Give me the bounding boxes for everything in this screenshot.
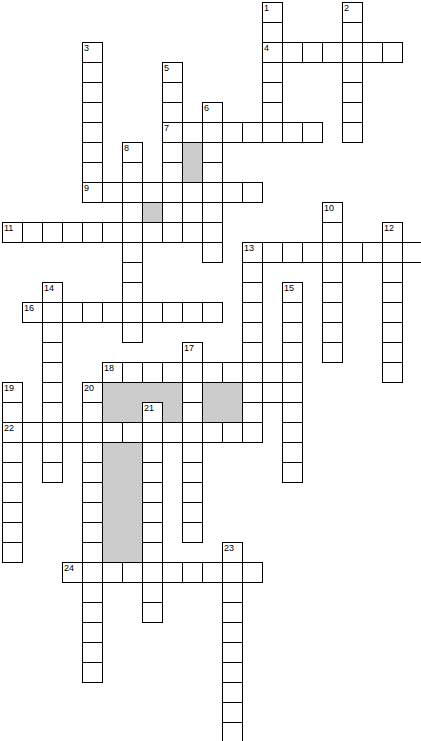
letter-cell[interactable]	[42, 302, 63, 323]
letter-cell[interactable]	[202, 562, 223, 583]
letter-cell[interactable]	[82, 62, 103, 83]
letter-cell[interactable]	[202, 302, 223, 323]
shaded-cell	[102, 502, 123, 523]
letter-cell[interactable]	[302, 42, 323, 63]
letter-cell[interactable]	[322, 222, 343, 243]
letter-cell[interactable]	[162, 362, 183, 383]
letter-cell[interactable]	[342, 62, 363, 83]
letter-cell[interactable]	[82, 662, 103, 683]
letter-cell[interactable]	[282, 302, 303, 323]
shaded-cell	[102, 522, 123, 543]
letter-cell[interactable]	[282, 442, 303, 463]
letter-cell[interactable]	[222, 422, 243, 443]
letter-cell[interactable]	[382, 302, 403, 323]
shaded-cell	[122, 482, 143, 503]
letter-cell[interactable]	[142, 582, 163, 603]
letter-cell[interactable]	[242, 122, 263, 143]
letter-cell[interactable]	[322, 262, 343, 283]
shaded-cell	[122, 542, 143, 563]
letter-cell[interactable]	[162, 182, 183, 203]
letter-cell[interactable]	[82, 502, 103, 523]
letter-cell[interactable]	[162, 202, 183, 223]
letter-cell[interactable]	[62, 222, 83, 243]
letter-cell[interactable]	[122, 302, 143, 323]
letter-cell[interactable]	[82, 422, 103, 443]
shaded-cell	[102, 402, 123, 423]
letter-cell[interactable]	[222, 582, 243, 603]
letter-cell[interactable]	[222, 122, 243, 143]
letter-cell[interactable]	[202, 422, 223, 443]
letter-cell[interactable]	[2, 402, 23, 423]
letter-cell[interactable]	[82, 222, 103, 243]
letter-cell[interactable]	[342, 22, 363, 43]
letter-cell[interactable]	[262, 122, 283, 143]
letter-cell[interactable]	[322, 242, 343, 263]
clue-number: 13	[244, 244, 254, 253]
letter-cell[interactable]	[182, 562, 203, 583]
letter-cell[interactable]	[182, 442, 203, 463]
letter-cell[interactable]	[262, 62, 283, 83]
shaded-cell	[102, 462, 123, 483]
letter-cell[interactable]	[262, 362, 283, 383]
letter-cell[interactable]	[182, 482, 203, 503]
letter-cell[interactable]	[162, 562, 183, 583]
letter-cell[interactable]	[282, 362, 303, 383]
shaded-cell	[122, 402, 143, 423]
letter-cell[interactable]	[162, 162, 183, 183]
letter-cell[interactable]	[82, 542, 103, 563]
letter-cell[interactable]	[202, 142, 223, 163]
letter-cell[interactable]	[42, 382, 63, 403]
letter-cell[interactable]	[362, 42, 383, 63]
letter-cell[interactable]	[282, 42, 303, 63]
shaded-cell	[162, 402, 183, 423]
shaded-cell	[182, 162, 203, 183]
letter-cell[interactable]	[182, 362, 203, 383]
letter-cell[interactable]	[182, 122, 203, 143]
shaded-cell	[222, 402, 243, 423]
letter-cell[interactable]	[142, 562, 163, 583]
clue-number: 10	[324, 204, 334, 213]
letter-cell[interactable]	[82, 462, 103, 483]
letter-cell[interactable]	[302, 242, 323, 263]
letter-cell[interactable]	[142, 462, 163, 483]
letter-cell[interactable]	[222, 602, 243, 623]
clue-number: 5	[164, 64, 169, 73]
letter-cell[interactable]	[222, 702, 243, 723]
letter-cell[interactable]	[42, 362, 63, 383]
letter-cell[interactable]	[102, 182, 123, 203]
letter-cell[interactable]	[42, 422, 63, 443]
letter-cell[interactable]	[162, 222, 183, 243]
clue-number: 4	[264, 44, 269, 53]
shaded-cell	[122, 502, 143, 523]
shaded-cell	[122, 442, 143, 463]
letter-cell[interactable]	[322, 42, 343, 63]
letter-cell[interactable]	[2, 522, 23, 543]
clue-number: 21	[144, 404, 154, 413]
letter-cell[interactable]	[2, 502, 23, 523]
letter-cell[interactable]	[82, 482, 103, 503]
letter-cell[interactable]	[242, 282, 263, 303]
clue-number: 23	[224, 544, 234, 553]
letter-cell[interactable]	[322, 302, 343, 323]
letter-cell[interactable]	[102, 222, 123, 243]
letter-cell[interactable]	[222, 182, 243, 203]
letter-cell[interactable]	[122, 162, 143, 183]
shaded-cell	[122, 522, 143, 543]
letter-cell[interactable]	[322, 322, 343, 343]
shaded-cell	[102, 482, 123, 503]
letter-cell[interactable]	[142, 302, 163, 323]
letter-cell[interactable]	[182, 422, 203, 443]
shaded-cell	[102, 542, 123, 563]
letter-cell[interactable]	[242, 182, 263, 203]
letter-cell[interactable]	[82, 442, 103, 463]
shaded-cell	[102, 382, 123, 403]
letter-cell[interactable]	[322, 282, 343, 303]
letter-cell[interactable]	[302, 122, 323, 143]
letter-cell[interactable]	[142, 602, 163, 623]
letter-cell[interactable]	[82, 622, 103, 643]
letter-cell[interactable]	[262, 22, 283, 43]
letter-cell[interactable]	[2, 482, 23, 503]
letter-cell[interactable]	[82, 642, 103, 663]
letter-cell[interactable]	[202, 122, 223, 143]
clue-number: 2	[344, 4, 349, 13]
letter-cell[interactable]	[182, 182, 203, 203]
letter-cell[interactable]	[122, 282, 143, 303]
letter-cell[interactable]	[142, 222, 163, 243]
letter-cell[interactable]	[262, 82, 283, 103]
letter-cell[interactable]	[262, 242, 283, 263]
letter-cell[interactable]	[202, 362, 223, 383]
clue-number: 9	[84, 184, 89, 193]
letter-cell[interactable]	[2, 542, 23, 563]
letter-cell[interactable]	[162, 302, 183, 323]
letter-cell[interactable]	[382, 362, 403, 383]
clue-number: 22	[4, 424, 14, 433]
letter-cell[interactable]	[202, 242, 223, 263]
letter-cell[interactable]	[122, 262, 143, 283]
clue-number: 19	[4, 384, 14, 393]
letter-cell[interactable]	[282, 322, 303, 343]
clue-number: 7	[164, 124, 169, 133]
shaded-cell	[222, 382, 243, 403]
letter-cell[interactable]	[282, 462, 303, 483]
clue-number: 20	[84, 384, 94, 393]
clue-number: 3	[84, 44, 89, 53]
shaded-cell	[142, 382, 163, 403]
letter-cell[interactable]	[182, 222, 203, 243]
clue-number: 6	[204, 104, 209, 113]
clue-number: 12	[384, 224, 394, 233]
letter-cell[interactable]	[42, 462, 63, 483]
letter-cell[interactable]	[82, 82, 103, 103]
letter-cell[interactable]	[222, 682, 243, 703]
letter-cell[interactable]	[122, 202, 143, 223]
letter-cell[interactable]	[282, 422, 303, 443]
letter-cell[interactable]	[382, 282, 403, 303]
shaded-cell	[202, 382, 223, 403]
letter-cell[interactable]	[42, 442, 63, 463]
shaded-cell	[122, 462, 143, 483]
letter-cell[interactable]	[122, 182, 143, 203]
letter-cell[interactable]	[142, 182, 163, 203]
shaded-cell	[182, 142, 203, 163]
letter-cell[interactable]	[142, 362, 163, 383]
letter-cell[interactable]	[222, 642, 243, 663]
letter-cell[interactable]	[202, 182, 223, 203]
shaded-cell	[202, 402, 223, 423]
letter-cell[interactable]	[222, 362, 243, 383]
letter-cell[interactable]	[242, 302, 263, 323]
clue-number: 17	[184, 344, 194, 353]
letter-cell[interactable]	[62, 302, 83, 323]
crossword-board: 123456789101112131415161718192021222324	[0, 0, 421, 741]
letter-cell[interactable]	[182, 382, 203, 403]
letter-cell[interactable]	[142, 522, 163, 543]
letter-cell[interactable]	[122, 562, 143, 583]
letter-cell[interactable]	[262, 102, 283, 123]
letter-cell[interactable]	[122, 322, 143, 343]
letter-cell[interactable]	[142, 502, 163, 523]
letter-cell[interactable]	[42, 342, 63, 363]
letter-cell[interactable]	[202, 222, 223, 243]
letter-cell[interactable]	[82, 522, 103, 543]
shaded-cell	[162, 382, 183, 403]
letter-cell[interactable]	[82, 302, 103, 323]
letter-cell[interactable]	[342, 122, 363, 143]
letter-cell[interactable]	[242, 262, 263, 283]
letter-cell[interactable]	[142, 422, 163, 443]
letter-cell[interactable]	[322, 342, 343, 363]
letter-cell[interactable]	[22, 222, 43, 243]
letter-cell[interactable]	[282, 122, 303, 143]
letter-cell[interactable]	[282, 402, 303, 423]
letter-cell[interactable]	[102, 562, 123, 583]
letter-cell[interactable]	[382, 42, 403, 63]
letter-cell[interactable]	[102, 302, 123, 323]
letter-cell[interactable]	[82, 562, 103, 583]
letter-cell[interactable]	[242, 402, 263, 423]
letter-cell[interactable]	[262, 382, 283, 403]
shaded-cell	[142, 202, 163, 223]
letter-cell[interactable]	[182, 302, 203, 323]
clue-number: 8	[124, 144, 129, 153]
letter-cell[interactable]	[162, 142, 183, 163]
letter-cell[interactable]	[402, 242, 421, 263]
letter-cell[interactable]	[142, 442, 163, 463]
letter-cell[interactable]	[82, 582, 103, 603]
letter-cell[interactable]	[382, 262, 403, 283]
letter-cell[interactable]	[142, 482, 163, 503]
letter-cell[interactable]	[242, 342, 263, 363]
letter-cell[interactable]	[242, 382, 263, 403]
letter-cell[interactable]	[82, 162, 103, 183]
letter-cell[interactable]	[222, 562, 243, 583]
letter-cell[interactable]	[182, 522, 203, 543]
letter-cell[interactable]	[222, 722, 243, 741]
letter-cell[interactable]	[222, 622, 243, 643]
letter-cell[interactable]	[242, 422, 263, 443]
shaded-cell	[102, 442, 123, 463]
letter-cell[interactable]	[22, 422, 43, 443]
letter-cell[interactable]	[2, 462, 23, 483]
letter-cell[interactable]	[342, 102, 363, 123]
letter-cell[interactable]	[82, 142, 103, 163]
letter-cell[interactable]	[362, 242, 383, 263]
clue-number: 11	[4, 224, 13, 233]
clue-number: 24	[64, 564, 74, 573]
letter-cell[interactable]	[162, 102, 183, 123]
letter-cell[interactable]	[142, 542, 163, 563]
letter-cell[interactable]	[282, 342, 303, 363]
letter-cell[interactable]	[102, 422, 123, 443]
letter-cell[interactable]	[242, 362, 263, 383]
letter-cell[interactable]	[342, 242, 363, 263]
letter-cell[interactable]	[82, 402, 103, 423]
clue-number: 15	[284, 284, 294, 293]
letter-cell[interactable]	[282, 242, 303, 263]
letter-cell[interactable]	[202, 202, 223, 223]
clue-number: 16	[24, 304, 34, 313]
letter-cell[interactable]	[162, 422, 183, 443]
letter-cell[interactable]	[202, 162, 223, 183]
letter-cell[interactable]	[2, 442, 23, 463]
letter-cell[interactable]	[42, 402, 63, 423]
letter-cell[interactable]	[122, 222, 143, 243]
letter-cell[interactable]	[382, 342, 403, 363]
letter-cell[interactable]	[242, 322, 263, 343]
letter-cell[interactable]	[222, 662, 243, 683]
letter-cell[interactable]	[162, 82, 183, 103]
letter-cell[interactable]	[382, 322, 403, 343]
letter-cell[interactable]	[342, 42, 363, 63]
letter-cell[interactable]	[42, 322, 63, 343]
letter-cell[interactable]	[382, 242, 403, 263]
letter-cell[interactable]	[82, 102, 103, 123]
letter-cell[interactable]	[182, 402, 203, 423]
letter-cell[interactable]	[82, 122, 103, 143]
clue-number: 1	[264, 4, 269, 13]
letter-cell[interactable]	[82, 602, 103, 623]
letter-cell[interactable]	[122, 422, 143, 443]
letter-cell[interactable]	[342, 82, 363, 103]
clue-number: 18	[104, 364, 114, 373]
letter-cell[interactable]	[242, 562, 263, 583]
letter-cell[interactable]	[122, 362, 143, 383]
letter-cell[interactable]	[62, 422, 83, 443]
letter-cell[interactable]	[282, 382, 303, 403]
clue-number: 14	[44, 284, 54, 293]
shaded-cell	[122, 382, 143, 403]
letter-cell[interactable]	[122, 242, 143, 263]
letter-cell[interactable]	[182, 462, 203, 483]
letter-cell[interactable]	[182, 502, 203, 523]
letter-cell[interactable]	[42, 222, 63, 243]
